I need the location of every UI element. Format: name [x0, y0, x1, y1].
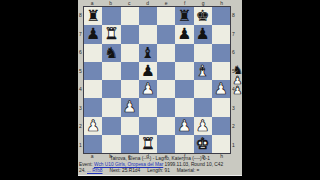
square-f1	[175, 135, 193, 153]
square-b5	[102, 62, 120, 80]
black-pawn: ♟	[196, 25, 210, 43]
square-e5	[157, 62, 175, 80]
white-pawn: ♟	[177, 117, 191, 135]
square-d7	[139, 25, 157, 43]
square-e4	[157, 80, 175, 98]
material-balance: Material: =	[177, 168, 200, 173]
next-move: Next: 25.R1d4	[109, 168, 140, 173]
square-h8	[212, 7, 230, 25]
players-result-line: Tairova, Elena (----) - Lagno, Kateryna …	[78, 156, 242, 161]
rank-label-6: 6	[231, 43, 236, 62]
white-rook: ♜	[104, 25, 118, 43]
rank-label-7: 7	[231, 25, 236, 44]
white-bishop: ♝	[196, 62, 210, 80]
rank-label-8: 8	[231, 6, 236, 25]
square-a4	[84, 80, 102, 98]
square-d8	[139, 7, 157, 25]
white-pawn: ♟	[123, 98, 137, 116]
event-label: Event:	[79, 162, 94, 167]
rank-label-2: 2	[231, 117, 236, 136]
square-c3: ♟	[121, 98, 139, 116]
square-d2	[139, 117, 157, 135]
square-h7	[212, 25, 230, 43]
square-g2: ♟	[194, 117, 212, 135]
black-pawn: ♟	[141, 62, 155, 80]
video-frame: abcdefgh abcdefgh 87654321 87654321 ♜♜♚♟…	[0, 0, 320, 180]
square-c2	[121, 117, 139, 135]
black-rook: ♜	[86, 7, 100, 25]
square-e1	[157, 135, 175, 153]
square-c8	[121, 7, 139, 25]
square-d4: ♟	[139, 80, 157, 98]
square-c4	[121, 80, 139, 98]
square-b2	[102, 117, 120, 135]
square-b1	[102, 135, 120, 153]
white-pawn: ♟	[214, 80, 228, 98]
square-e2	[157, 117, 175, 135]
square-h6	[212, 44, 230, 62]
game-length: Length: 91	[147, 168, 170, 173]
square-e6	[157, 44, 175, 62]
tray-white-pawn: ♟	[233, 86, 243, 96]
square-a5	[84, 62, 102, 80]
square-c7	[121, 25, 139, 43]
square-d3	[139, 98, 157, 116]
square-a3	[84, 98, 102, 116]
square-h1	[212, 135, 230, 153]
white-pawn: ♟	[196, 117, 210, 135]
square-a7: ♟	[84, 25, 102, 43]
square-e3	[157, 98, 175, 116]
square-c5	[121, 62, 139, 80]
square-g8: ♚	[194, 7, 212, 25]
last-move: ... Rfb8	[87, 168, 102, 173]
square-a8: ♜	[84, 7, 102, 25]
chess-board: ♜♜♚♟♜♟♟♞♝♟♝♟♟♟♟♟♟♜♚	[83, 6, 231, 154]
white-king: ♚	[196, 135, 210, 153]
square-a2: ♟	[84, 117, 102, 135]
square-b6: ♞	[102, 44, 120, 62]
square-b4	[102, 80, 120, 98]
move-number: 24.	[79, 168, 86, 173]
square-f2: ♟	[175, 117, 193, 135]
black-knight: ♞	[104, 44, 118, 62]
square-c1	[121, 135, 139, 153]
chess-gui-panel: abcdefgh abcdefgh 87654321 87654321 ♜♜♚♟…	[78, 0, 242, 176]
white-pawn: ♟	[141, 80, 155, 98]
square-e7	[157, 25, 175, 43]
square-a6	[84, 44, 102, 62]
event-detail: 1999.11.03, Round 10, C42	[163, 162, 223, 167]
black-pawn: ♟	[86, 25, 100, 43]
material-tray: ♞♟♟	[233, 64, 242, 96]
square-g3	[194, 98, 212, 116]
square-f7: ♟	[175, 25, 193, 43]
square-f5	[175, 62, 193, 80]
square-f3	[175, 98, 193, 116]
square-d5: ♟	[139, 62, 157, 80]
square-f4	[175, 80, 193, 98]
black-rook: ♜	[177, 7, 191, 25]
square-d6: ♝	[139, 44, 157, 62]
square-h4: ♟	[212, 80, 230, 98]
square-b7: ♜	[102, 25, 120, 43]
white-rook: ♜	[141, 135, 155, 153]
square-h2	[212, 117, 230, 135]
square-b3	[102, 98, 120, 116]
square-h5	[212, 62, 230, 80]
square-g6	[194, 44, 212, 62]
move-status-line: 24. ... Rfb8Next: 25.R1d4Length: 91Mater…	[78, 168, 242, 173]
square-b8	[102, 7, 120, 25]
square-c6	[121, 44, 139, 62]
white-pawn: ♟	[86, 117, 100, 135]
rank-label-3: 3	[231, 99, 236, 118]
square-g7: ♟	[194, 25, 212, 43]
square-g4	[194, 80, 212, 98]
square-g5: ♝	[194, 62, 212, 80]
black-bishop: ♝	[141, 44, 155, 62]
square-f8: ♜	[175, 7, 193, 25]
square-e8	[157, 7, 175, 25]
game-info-footer: Tairova, Elena (----) - Lagno, Kateryna …	[78, 156, 242, 173]
square-g1: ♚	[194, 135, 212, 153]
event-link: Wch U10 Girls, Oropesa del Mar	[94, 162, 163, 167]
square-f6	[175, 44, 193, 62]
black-king: ♚	[196, 7, 210, 25]
black-pawn: ♟	[177, 25, 191, 43]
square-d1: ♜	[139, 135, 157, 153]
square-a1	[84, 135, 102, 153]
square-h3	[212, 98, 230, 116]
event-line: Event: Wch U10 Girls, Oropesa del Mar 19…	[78, 162, 242, 167]
rank-label-1: 1	[231, 136, 236, 155]
